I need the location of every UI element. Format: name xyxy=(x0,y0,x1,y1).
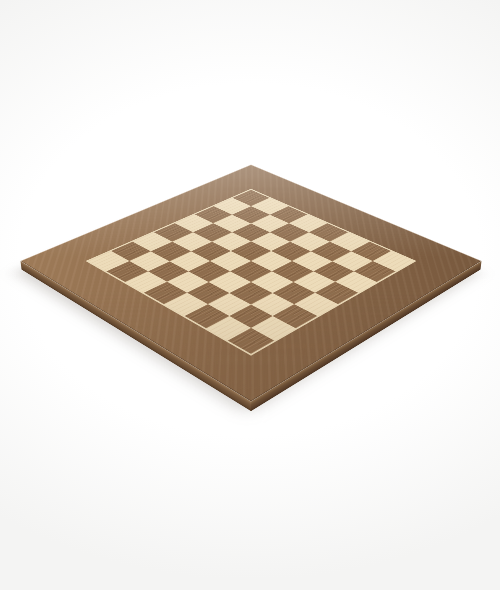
playing-field xyxy=(88,190,413,354)
square-h4 xyxy=(315,282,358,304)
square-h6 xyxy=(273,304,317,328)
square-h8 xyxy=(228,328,274,354)
square-h5 xyxy=(295,293,339,316)
square-f7 xyxy=(207,293,251,316)
square-f8 xyxy=(185,304,229,328)
square-h2 xyxy=(354,261,395,282)
square-c7 xyxy=(148,261,189,282)
scene xyxy=(0,0,500,590)
square-e6 xyxy=(209,271,251,293)
square-e7 xyxy=(187,282,230,304)
square-e5 xyxy=(230,261,271,282)
square-g7 xyxy=(229,304,273,328)
square-g4 xyxy=(293,271,335,293)
square-f6 xyxy=(230,282,273,304)
square-d6 xyxy=(189,261,230,282)
square-f5 xyxy=(251,271,293,293)
square-g3 xyxy=(313,261,354,282)
square-g5 xyxy=(272,282,315,304)
square-b8 xyxy=(106,261,147,282)
square-h3 xyxy=(335,271,377,293)
square-d8 xyxy=(144,282,187,304)
board-top-face xyxy=(20,165,481,402)
square-c8 xyxy=(125,271,167,293)
square-e8 xyxy=(164,293,208,316)
square-d7 xyxy=(167,271,209,293)
square-h7 xyxy=(251,316,296,341)
product-photo xyxy=(0,0,500,590)
chess-board xyxy=(20,165,481,402)
square-f4 xyxy=(272,261,313,282)
square-g8 xyxy=(206,316,251,341)
square-g6 xyxy=(251,293,295,316)
